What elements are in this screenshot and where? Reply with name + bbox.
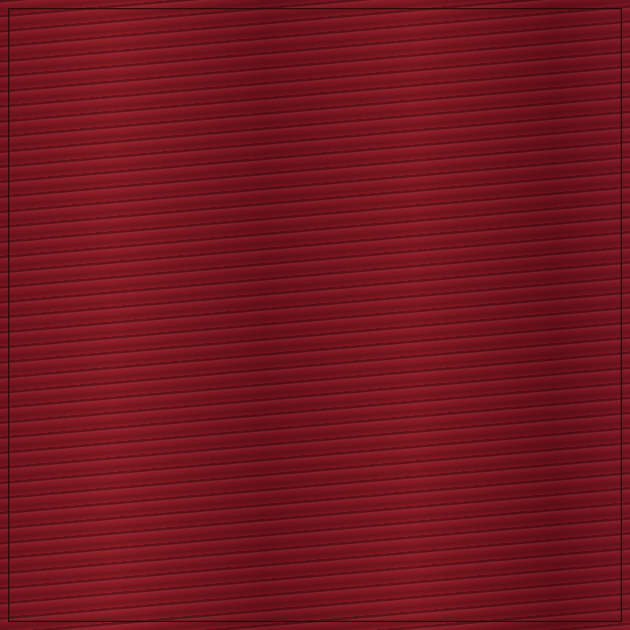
board-frame [0, 0, 630, 630]
chess-board [9, 9, 621, 621]
